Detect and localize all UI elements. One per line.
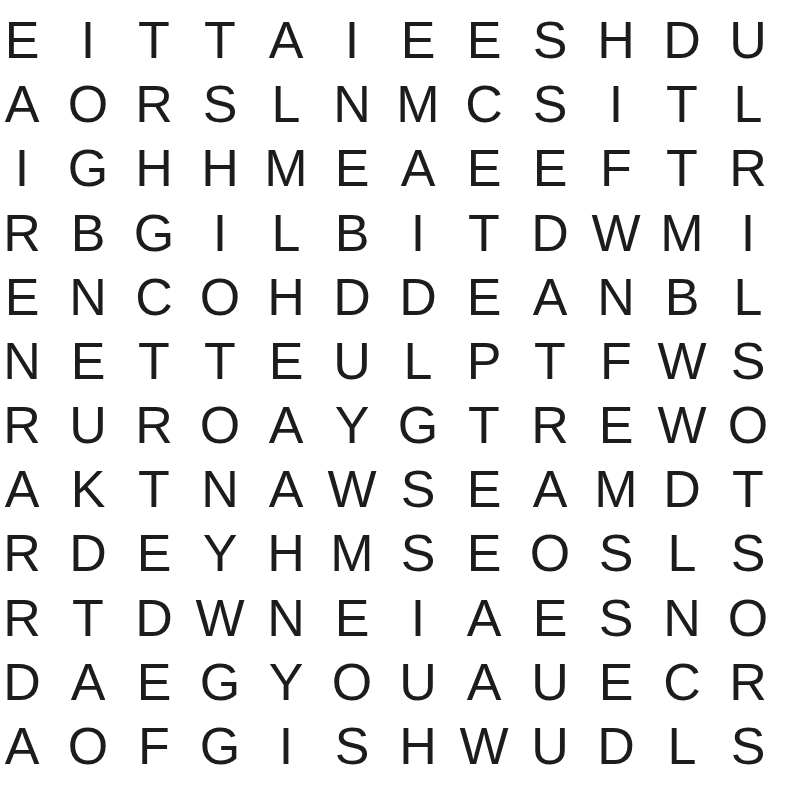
grid-cell[interactable]: I — [187, 200, 253, 264]
grid-cell[interactable]: O — [187, 393, 253, 457]
grid-cell[interactable]: A — [385, 136, 451, 200]
grid-cell[interactable]: W — [649, 329, 715, 393]
grid-cell[interactable]: I — [583, 72, 649, 136]
grid-cell[interactable]: I — [253, 714, 319, 778]
grid-cell[interactable]: E — [0, 265, 55, 329]
grid-cell[interactable]: I — [0, 136, 55, 200]
grid-cell[interactable]: E — [451, 265, 517, 329]
grid-cell[interactable]: A — [55, 650, 121, 714]
grid-cell[interactable]: K — [55, 457, 121, 521]
grid-cell[interactable]: E — [583, 650, 649, 714]
grid-cell[interactable]: D — [121, 585, 187, 649]
grid-cell[interactable]: I — [385, 585, 451, 649]
grid-cell[interactable]: E — [55, 329, 121, 393]
grid-cell[interactable]: N — [253, 585, 319, 649]
grid-cell[interactable]: L — [253, 72, 319, 136]
grid-cell[interactable]: E — [319, 585, 385, 649]
grid-cell[interactable]: L — [385, 329, 451, 393]
grid-cell[interactable]: R — [517, 393, 583, 457]
grid-cell[interactable]: G — [187, 714, 253, 778]
grid-cell[interactable]: L — [715, 265, 781, 329]
grid-cell[interactable]: D — [55, 521, 121, 585]
grid-cell[interactable]: F — [583, 136, 649, 200]
grid-cell[interactable]: D — [0, 650, 55, 714]
grid-cell[interactable]: A — [517, 265, 583, 329]
grid-cell[interactable]: I — [715, 200, 781, 264]
grid-cell[interactable]: E — [319, 136, 385, 200]
grid-cell[interactable]: C — [649, 650, 715, 714]
grid-cell[interactable]: Y — [253, 650, 319, 714]
grid-cell[interactable]: T — [187, 329, 253, 393]
grid-cell[interactable]: B — [319, 200, 385, 264]
grid-cell[interactable]: W — [583, 200, 649, 264]
grid-cell[interactable]: S — [583, 521, 649, 585]
grid-cell[interactable]: U — [55, 393, 121, 457]
grid-cell[interactable]: L — [649, 521, 715, 585]
grid-cell[interactable]: R — [121, 393, 187, 457]
grid-cell[interactable]: M — [385, 72, 451, 136]
grid-cell[interactable]: T — [187, 8, 253, 72]
grid-cell[interactable]: O — [517, 521, 583, 585]
grid-cell[interactable]: S — [715, 521, 781, 585]
grid-cell[interactable]: A — [253, 8, 319, 72]
grid-cell[interactable]: P — [451, 329, 517, 393]
grid-cell[interactable]: N — [187, 457, 253, 521]
grid-cell[interactable]: A — [253, 457, 319, 521]
grid-cell[interactable]: M — [583, 457, 649, 521]
grid-cell[interactable]: O — [187, 265, 253, 329]
grid-cell[interactable]: I — [55, 8, 121, 72]
grid-cell[interactable]: T — [715, 457, 781, 521]
grid-cell[interactable]: N — [55, 265, 121, 329]
grid-cell[interactable]: H — [385, 714, 451, 778]
grid-cell[interactable]: H — [121, 136, 187, 200]
grid-cell[interactable]: E — [517, 585, 583, 649]
grid-cell[interactable]: S — [583, 585, 649, 649]
grid-cell[interactable]: M — [319, 521, 385, 585]
grid-cell[interactable]: E — [517, 136, 583, 200]
grid-cell[interactable]: Y — [187, 521, 253, 585]
grid-cell[interactable]: H — [253, 521, 319, 585]
grid-cell[interactable]: L — [253, 200, 319, 264]
grid-cell[interactable]: N — [649, 585, 715, 649]
grid-cell[interactable]: E — [121, 650, 187, 714]
grid-cell[interactable]: E — [0, 8, 55, 72]
grid-cell[interactable]: H — [583, 8, 649, 72]
grid-cell[interactable]: E — [451, 521, 517, 585]
grid-cell[interactable]: A — [517, 457, 583, 521]
grid-cell[interactable]: O — [319, 650, 385, 714]
grid-cell[interactable]: I — [385, 200, 451, 264]
grid-cell[interactable]: T — [121, 457, 187, 521]
grid-cell[interactable]: R — [121, 72, 187, 136]
grid-cell[interactable]: T — [121, 8, 187, 72]
grid-cell[interactable]: C — [121, 265, 187, 329]
grid-cell[interactable]: S — [385, 521, 451, 585]
word-search-page: EITTAIEESHDUAORSLNMCSITLIGHHMEAEEFTRRBGI… — [0, 0, 800, 791]
grid-cell[interactable]: E — [451, 136, 517, 200]
grid-cell[interactable]: F — [121, 714, 187, 778]
grid-cell[interactable]: R — [715, 650, 781, 714]
grid-cell[interactable]: T — [649, 72, 715, 136]
grid-cell[interactable]: A — [0, 714, 55, 778]
grid-cell[interactable]: T — [649, 136, 715, 200]
grid-cell[interactable]: G — [121, 200, 187, 264]
grid-cell[interactable]: T — [121, 329, 187, 393]
grid-cell[interactable]: T — [517, 329, 583, 393]
grid-cell[interactable]: W — [319, 457, 385, 521]
grid-cell[interactable]: E — [121, 521, 187, 585]
grid-cell[interactable]: T — [451, 200, 517, 264]
grid-cell[interactable]: F — [583, 329, 649, 393]
grid-cell[interactable]: E — [451, 8, 517, 72]
grid-cell[interactable]: S — [517, 72, 583, 136]
grid-cell[interactable]: S — [715, 714, 781, 778]
grid-cell[interactable]: U — [715, 8, 781, 72]
grid-cell[interactable]: D — [583, 714, 649, 778]
grid-cell[interactable]: E — [385, 8, 451, 72]
grid-cell[interactable]: M — [649, 200, 715, 264]
grid-cell[interactable]: L — [715, 72, 781, 136]
grid-cell[interactable]: S — [517, 8, 583, 72]
grid-cell[interactable]: R — [0, 393, 55, 457]
word-search-board: EITTAIEESHDUAORSLNMCSITLIGHHMEAEEFTRRBGI… — [0, 8, 781, 778]
grid-cell[interactable]: O — [715, 585, 781, 649]
grid-cell[interactable]: R — [0, 585, 55, 649]
grid-cell[interactable]: T — [55, 585, 121, 649]
grid-cell[interactable]: G — [187, 650, 253, 714]
grid-cell[interactable]: B — [649, 265, 715, 329]
grid-cell[interactable]: O — [715, 393, 781, 457]
grid-cell[interactable]: E — [253, 329, 319, 393]
grid-cell[interactable]: E — [451, 457, 517, 521]
grid-cell[interactable]: A — [0, 457, 55, 521]
grid-cell[interactable]: A — [451, 650, 517, 714]
grid-cell[interactable]: U — [517, 714, 583, 778]
grid-cell[interactable]: A — [451, 585, 517, 649]
grid-cell[interactable]: W — [649, 393, 715, 457]
grid-cell[interactable]: D — [649, 8, 715, 72]
grid-cell[interactable]: S — [187, 72, 253, 136]
grid-cell[interactable]: D — [649, 457, 715, 521]
grid-cell[interactable]: O — [55, 72, 121, 136]
grid-cell[interactable]: B — [55, 200, 121, 264]
grid-cell[interactable]: U — [517, 650, 583, 714]
grid-cell[interactable]: R — [0, 521, 55, 585]
grid-cell[interactable]: E — [583, 393, 649, 457]
grid-cell[interactable]: A — [0, 72, 55, 136]
grid-cell[interactable]: N — [583, 265, 649, 329]
grid-cell[interactable]: A — [253, 393, 319, 457]
grid-cell[interactable]: W — [187, 585, 253, 649]
grid-cell[interactable]: D — [517, 200, 583, 264]
grid-cell[interactable]: W — [451, 714, 517, 778]
grid-cell[interactable]: N — [319, 72, 385, 136]
grid-cell[interactable]: O — [55, 714, 121, 778]
grid-cell[interactable]: M — [253, 136, 319, 200]
grid-cell[interactable]: H — [187, 136, 253, 200]
grid-cell[interactable]: G — [55, 136, 121, 200]
grid-cell[interactable]: S — [319, 714, 385, 778]
grid-cell[interactable]: T — [451, 393, 517, 457]
grid-cell[interactable]: L — [649, 714, 715, 778]
grid-cell[interactable]: S — [385, 457, 451, 521]
grid-cell[interactable]: R — [0, 200, 55, 264]
grid-cell[interactable]: S — [715, 329, 781, 393]
grid-cell[interactable]: N — [0, 329, 55, 393]
grid-cell[interactable]: R — [715, 136, 781, 200]
grid-cell[interactable]: Y — [319, 393, 385, 457]
grid-cell[interactable]: G — [385, 393, 451, 457]
grid-cell[interactable]: H — [253, 265, 319, 329]
grid-cell[interactable]: U — [385, 650, 451, 714]
grid-cell[interactable]: I — [319, 8, 385, 72]
grid-cell[interactable]: D — [319, 265, 385, 329]
grid-cell[interactable]: D — [385, 265, 451, 329]
grid-cell[interactable]: C — [451, 72, 517, 136]
grid-cell[interactable]: U — [319, 329, 385, 393]
